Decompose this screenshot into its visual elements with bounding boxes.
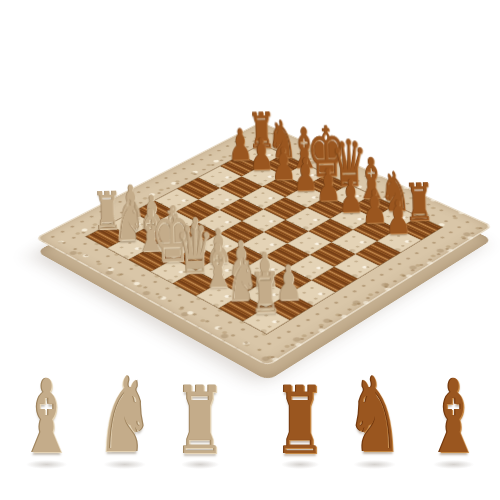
square-a8[interactable] xyxy=(241,144,283,165)
tray-light-group: ♚♛♝♞♜ xyxy=(0,344,235,464)
square-d5[interactable] xyxy=(242,209,286,232)
sample-pieces-row: ♚♛♝♞♜ ♜♞♝♚♛ xyxy=(0,344,500,464)
piece-anchor-b8: ♞ xyxy=(262,154,304,175)
square-c8[interactable] xyxy=(284,164,327,185)
tray-dark-group: ♜♞♝♚♛ xyxy=(265,344,500,464)
tray-light-rook: ♜ xyxy=(175,378,226,464)
piece-anchor-e7: ♟ xyxy=(307,196,351,219)
square-b6[interactable] xyxy=(220,176,263,198)
piece-anchor-a8: ♜ xyxy=(241,144,283,165)
tray-light-knight: ♞ xyxy=(97,368,153,464)
piece-black-pawn[interactable]: ♟ xyxy=(256,143,311,186)
piece-white-rook[interactable]: ♜ xyxy=(235,267,296,321)
piece-anchor-d7: ♟ xyxy=(285,185,328,207)
piece-black-rook[interactable]: ♜ xyxy=(235,108,289,156)
piece-anchor-c7: ♟ xyxy=(263,175,306,197)
tray-dark-bishop: ♝ xyxy=(426,370,481,464)
pieces-layer: ♜♞♝♚♛♝♞♜♟♟♟♟♟♟♟♟♟♟♟♟♟♟♟♟♜♞♝♚♛♝♞♜ xyxy=(35,121,493,366)
piece-anchor-h1: ♜ xyxy=(242,307,290,334)
square-a6[interactable] xyxy=(199,166,242,188)
tray-dark-knight: ♞ xyxy=(347,368,403,464)
square-b7[interactable] xyxy=(241,165,284,187)
square-d7[interactable] xyxy=(285,185,328,207)
scene: ♜♞♝♚♛♝♞♜♟♟♟♟♟♟♟♟♟♟♟♟♟♟♟♟♜♞♝♚♛♝♞♜ ♚♛♝♞♜ ♜… xyxy=(0,0,500,500)
square-a7[interactable] xyxy=(220,155,262,176)
piece-black-pawn[interactable]: ♟ xyxy=(214,124,268,167)
square-c6[interactable] xyxy=(241,187,284,209)
piece-black-pawn[interactable]: ♟ xyxy=(370,196,427,242)
piece-anchor-d8: ♚ xyxy=(306,174,349,196)
tray-light-bishop: ♝ xyxy=(19,370,74,464)
square-c7[interactable] xyxy=(263,175,306,197)
board-surface: ♜♞♝♚♛♝♞♜♟♟♟♟♟♟♟♟♟♟♟♟♟♟♟♟♜♞♝♚♛♝♞♜ xyxy=(35,121,493,366)
square-d6[interactable] xyxy=(263,197,307,220)
tray-dark-rook: ♜ xyxy=(275,378,326,464)
piece-black-bishop[interactable]: ♝ xyxy=(277,121,332,175)
piece-black-knight[interactable]: ♞ xyxy=(256,114,310,165)
square-e6[interactable] xyxy=(286,208,330,231)
square-e7[interactable] xyxy=(307,196,351,219)
piece-black-king[interactable]: ♚ xyxy=(299,118,354,185)
square-b8[interactable] xyxy=(262,154,304,175)
piece-anchor-c8: ♝ xyxy=(284,164,327,185)
square-d8[interactable] xyxy=(306,174,349,196)
piece-black-pawn[interactable]: ♟ xyxy=(278,153,333,197)
piece-anchor-a7: ♟ xyxy=(220,155,262,176)
piece-black-pawn[interactable]: ♟ xyxy=(235,133,289,176)
piece-anchor-b7: ♟ xyxy=(241,165,284,187)
